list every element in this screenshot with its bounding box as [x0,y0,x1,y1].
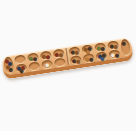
left-half: ●●●●●●●●●● [13,48,66,73]
stone: ● [32,56,37,62]
pit-cell: ●● [108,49,121,60]
pit-cell: ●●● [14,63,27,74]
stone: ● [45,54,50,60]
mancala-board: ●●●● ●●●●●●●●●● ●●●●●●●●●●●●●●●●●● ● [1,37,134,79]
pit-bottom-4[interactable] [54,57,66,68]
pit-bottom-2[interactable] [28,61,40,72]
stone: ● [19,68,24,74]
pit-cell: ●● [82,53,95,64]
stone: ● [100,56,105,62]
pit-cell [53,57,66,68]
pit-cell: ●●● [95,51,108,62]
pit-cell [27,61,40,72]
pit-bottom-1[interactable]: ●●● [15,63,27,74]
stone: ● [100,45,105,51]
pit-bottom-8[interactable]: ●● [109,49,121,60]
stone: ● [8,67,13,73]
stone: ● [121,40,126,46]
right-store: ● [120,39,131,57]
pit-cell: ●● [69,55,82,66]
pit-cell: ● [40,59,53,70]
stone: ● [113,43,118,49]
stone: ● [44,62,49,68]
pit-bottom-6[interactable]: ●● [83,53,95,64]
pit-bottom-5[interactable]: ●● [70,55,82,66]
stone: ● [76,58,81,64]
photo-scene: ●●●● ●●●●●●●●●● ●●●●●●●●●●●●●●●●●● ● [0,0,136,131]
pit-bottom-7[interactable]: ●●● [96,51,108,62]
pit-bottom-3[interactable]: ● [41,59,53,70]
stone: ● [88,56,93,62]
stone: ● [58,52,63,58]
stone: ● [74,49,79,55]
right-half: ●●●●●●●●●●●●●●●●●● [68,40,121,65]
stone: ● [114,52,119,58]
